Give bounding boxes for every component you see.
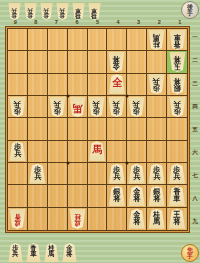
- piece-kanji: 兵: [14, 100, 21, 107]
- piece-kanji: 将: [153, 195, 160, 202]
- square-4-4[interactable]: 歩兵: [107, 96, 127, 118]
- piece-kanji: 将: [173, 78, 180, 85]
- piece-kanji: 全: [112, 74, 122, 87]
- piece-kanji: 車: [173, 195, 180, 202]
- square-9-4[interactable]: 歩兵: [8, 96, 28, 118]
- piece-kanji: 兵: [54, 100, 61, 107]
- square-6-1[interactable]: [68, 29, 88, 51]
- sente-piece-歩兵[interactable]: 歩兵: [128, 164, 145, 184]
- sente-piece-金将[interactable]: 金将: [62, 243, 77, 262]
- square-4-1[interactable]: [107, 29, 127, 51]
- square-3-6[interactable]: [127, 141, 147, 163]
- gote-piece-桂馬[interactable]: 桂馬: [148, 30, 165, 50]
- square-4-8[interactable]: 銀将: [107, 185, 127, 207]
- square-8-3[interactable]: [28, 74, 48, 96]
- piece-kanji: 桂: [74, 214, 80, 220]
- square-7-3[interactable]: [48, 74, 68, 96]
- rank-coordinate-labels: 一二三四五六七八九: [190, 26, 200, 233]
- rank-label-3: 三: [190, 72, 200, 95]
- gote-piece-成桂[interactable]: 成桂: [69, 209, 86, 229]
- piece-kanji: 銀: [173, 85, 180, 92]
- sente-piece-銀将[interactable]: 銀将: [148, 186, 165, 206]
- square-5-6[interactable]: 馬: [88, 141, 108, 163]
- piece-kanji: 将: [113, 56, 120, 63]
- square-8-2[interactable]: [28, 51, 48, 73]
- sente-piece-金将[interactable]: 金将: [128, 209, 145, 229]
- square-3-2[interactable]: [127, 51, 147, 73]
- square-8-5[interactable]: [28, 118, 48, 140]
- sente-piece-桂馬[interactable]: 桂馬: [148, 209, 165, 229]
- file-label-8: 8: [26, 18, 47, 26]
- sente-piece-歩兵[interactable]: 歩兵: [29, 164, 46, 184]
- piece-kanji: 馬: [72, 103, 82, 116]
- rank-label-4: 四: [190, 95, 200, 118]
- piece-kanji: 金: [113, 63, 120, 70]
- square-8-8[interactable]: [28, 185, 48, 207]
- gote-piece-歩兵[interactable]: 歩兵: [49, 97, 66, 117]
- square-4-9[interactable]: [107, 208, 127, 230]
- gote-piece-金将[interactable]: 金将: [108, 52, 125, 72]
- rank-label-2: 二: [190, 49, 200, 72]
- square-4-7[interactable]: 歩兵: [107, 163, 127, 185]
- gote-piece-銀将[interactable]: 銀将: [169, 74, 186, 94]
- file-coordinate-labels: 987654321: [5, 18, 190, 26]
- gote-piece-歩兵[interactable]: 歩兵: [108, 97, 125, 117]
- piece-kanji: 香: [14, 214, 20, 220]
- square-7-6[interactable]: [48, 141, 68, 163]
- piece-kanji: 兵: [153, 173, 160, 180]
- piece-kanji: 兵: [12, 251, 18, 257]
- piece-kanji: 玉: [173, 63, 180, 70]
- piece-kanji: 将: [173, 56, 180, 63]
- file-label-5: 5: [87, 18, 108, 26]
- file-label-2: 2: [149, 18, 170, 26]
- piece-kanji: 将: [66, 251, 72, 257]
- sente-badge-char-2: 手: [187, 253, 193, 259]
- square-3-1[interactable]: [127, 29, 147, 51]
- piece-kanji: 車: [76, 8, 82, 14]
- square-1-1[interactable]: 香車: [167, 29, 187, 51]
- piece-kanji: 兵: [113, 173, 120, 180]
- piece-kanji: 兵: [113, 100, 120, 107]
- gote-piece-成香[interactable]: 成香: [9, 209, 26, 229]
- piece-kanji: 将: [133, 195, 140, 202]
- sente-piece-香車[interactable]: 香車: [169, 186, 186, 206]
- square-2-9[interactable]: 桂馬: [147, 208, 167, 230]
- piece-kanji: 将: [133, 218, 140, 225]
- file-label-1: 1: [169, 18, 190, 26]
- file-label-9: 9: [5, 18, 26, 26]
- piece-kanji: 車: [173, 33, 180, 40]
- square-4-6[interactable]: [107, 141, 127, 163]
- piece-kanji: 馬: [48, 251, 54, 257]
- square-3-3[interactable]: [127, 74, 147, 96]
- square-8-4[interactable]: [28, 96, 48, 118]
- piece-kanji: 兵: [28, 8, 34, 14]
- square-6-6[interactable]: [68, 141, 88, 163]
- sente-piece-歩兵[interactable]: 歩兵: [108, 164, 125, 184]
- square-8-7[interactable]: 歩兵: [28, 163, 48, 185]
- square-4-3[interactable]: 全: [107, 74, 127, 96]
- piece-kanji: 兵: [93, 100, 100, 107]
- square-2-7[interactable]: 歩兵: [147, 163, 167, 185]
- square-6-9[interactable]: 成桂: [68, 208, 88, 230]
- sente-piece-桂馬[interactable]: 桂馬: [44, 243, 59, 262]
- sente-piece-全[interactable]: 全: [108, 74, 125, 94]
- piece-kanji: 兵: [173, 173, 180, 180]
- sente-piece-馬[interactable]: 馬: [88, 141, 105, 161]
- sente-piece-歩兵[interactable]: 歩兵: [169, 164, 186, 184]
- square-7-8[interactable]: [48, 185, 68, 207]
- square-9-5[interactable]: [8, 118, 28, 140]
- square-5-1[interactable]: [88, 29, 108, 51]
- square-8-9[interactable]: [28, 208, 48, 230]
- piece-kanji: 歩: [153, 85, 160, 92]
- square-5-8[interactable]: [88, 185, 108, 207]
- piece-kanji: 兵: [133, 100, 140, 107]
- gote-piece-歩兵[interactable]: 歩兵: [88, 97, 105, 117]
- square-5-4[interactable]: 歩兵: [88, 96, 108, 118]
- square-9-3[interactable]: [8, 74, 28, 96]
- square-2-1[interactable]: 桂馬: [147, 29, 167, 51]
- square-1-3[interactable]: 銀将: [167, 74, 187, 96]
- sente-piece-金将[interactable]: 金将: [128, 186, 145, 206]
- piece-kanji: 兵: [14, 150, 21, 157]
- piece-kanji: 兵: [173, 100, 180, 107]
- piece-kanji: 兵: [133, 173, 140, 180]
- square-8-1[interactable]: [28, 29, 48, 51]
- square-6-8[interactable]: [68, 185, 88, 207]
- piece-kanji: 車: [30, 251, 36, 257]
- gote-badge: 後 手: [181, 1, 199, 19]
- square-1-2[interactable]: 玉将: [167, 51, 187, 73]
- square-9-6[interactable]: 歩兵: [8, 141, 28, 163]
- piece-kanji: 兵: [153, 78, 160, 85]
- square-6-3[interactable]: [68, 74, 88, 96]
- piece-kanji: 兵: [12, 8, 18, 14]
- square-4-2[interactable]: 金将: [107, 51, 127, 73]
- piece-kanji: 馬: [153, 33, 160, 40]
- square-9-1[interactable]: [8, 29, 28, 51]
- file-label-7: 7: [46, 18, 67, 26]
- square-7-1[interactable]: [48, 29, 68, 51]
- square-9-2[interactable]: [8, 51, 28, 73]
- square-1-9[interactable]: 王将: [167, 208, 187, 230]
- square-4-5[interactable]: [107, 118, 127, 140]
- square-6-7[interactable]: [68, 163, 88, 185]
- square-2-6[interactable]: [147, 141, 167, 163]
- square-1-4[interactable]: 歩兵: [167, 96, 187, 118]
- gote-piece-歩兵[interactable]: 歩兵: [169, 97, 186, 117]
- rank-label-6: 六: [190, 141, 200, 164]
- square-5-2[interactable]: [88, 51, 108, 73]
- piece-kanji: 兵: [60, 8, 66, 14]
- square-7-9[interactable]: [48, 208, 68, 230]
- square-1-8[interactable]: 香車: [167, 185, 187, 207]
- square-8-6[interactable]: [28, 141, 48, 163]
- square-2-3[interactable]: 歩兵: [147, 74, 167, 96]
- gote-piece-歩兵[interactable]: 歩兵: [128, 97, 145, 117]
- square-9-9[interactable]: 成香: [8, 208, 28, 230]
- rank-label-7: 七: [190, 164, 200, 187]
- square-2-2[interactable]: [147, 51, 167, 73]
- square-7-7[interactable]: [48, 163, 68, 185]
- square-1-6[interactable]: [167, 141, 187, 163]
- square-3-4[interactable]: 歩兵: [127, 96, 147, 118]
- square-5-7[interactable]: [88, 163, 108, 185]
- sente-piece-歩兵[interactable]: 歩兵: [148, 164, 165, 184]
- sente-piece-香車[interactable]: 香車: [26, 243, 41, 262]
- square-3-5[interactable]: [127, 118, 147, 140]
- shogi-app: 歩兵歩兵歩兵歩兵飛車飛車 後 手 987654321 桂馬香車金将玉将全歩兵銀将…: [0, 0, 200, 263]
- sente-piece-銀将[interactable]: 銀将: [108, 186, 125, 206]
- rank-label-5: 五: [190, 118, 200, 141]
- square-3-9[interactable]: 金将: [127, 208, 147, 230]
- sente-piece-王将[interactable]: 王将: [169, 209, 186, 229]
- gote-badge-char-2: 手: [187, 10, 193, 16]
- piece-kanji: 将: [113, 195, 120, 202]
- star-point: [66, 94, 69, 97]
- sente-piece-歩兵[interactable]: 歩兵: [8, 243, 23, 262]
- piece-kanji: 馬: [92, 141, 102, 154]
- square-9-7[interactable]: [8, 163, 28, 185]
- shogi-board[interactable]: 桂馬香車金将玉将全歩兵銀将歩兵歩兵馬歩兵歩兵歩兵歩兵歩兵馬歩兵歩兵歩兵歩兵歩兵銀…: [7, 28, 188, 231]
- piece-kanji: 兵: [44, 8, 50, 14]
- gote-piece-香車[interactable]: 香車: [169, 30, 186, 50]
- square-1-5[interactable]: [167, 118, 187, 140]
- square-6-2[interactable]: [68, 51, 88, 73]
- sente-piece-歩兵[interactable]: 歩兵: [9, 141, 26, 161]
- piece-kanji: 将: [173, 218, 180, 225]
- piece-kanji: 兵: [34, 173, 41, 180]
- square-5-3[interactable]: [88, 74, 108, 96]
- rank-label-1: 一: [190, 26, 200, 49]
- star-point: [126, 94, 129, 97]
- square-7-5[interactable]: [48, 118, 68, 140]
- square-3-7[interactable]: 歩兵: [127, 163, 147, 185]
- piece-kanji: 馬: [153, 218, 160, 225]
- square-5-5[interactable]: [88, 118, 108, 140]
- square-7-2[interactable]: [48, 51, 68, 73]
- rank-label-9: 九: [190, 210, 200, 233]
- square-1-7[interactable]: 歩兵: [167, 163, 187, 185]
- board-frame: 桂馬香車金将玉将全歩兵銀将歩兵歩兵馬歩兵歩兵歩兵歩兵歩兵馬歩兵歩兵歩兵歩兵歩兵銀…: [5, 26, 190, 233]
- square-6-5[interactable]: [68, 118, 88, 140]
- square-2-8[interactable]: 銀将: [147, 185, 167, 207]
- square-9-8[interactable]: [8, 185, 28, 207]
- square-7-4[interactable]: 歩兵: [48, 96, 68, 118]
- file-label-4: 4: [108, 18, 129, 26]
- gote-piece-歩兵[interactable]: 歩兵: [148, 74, 165, 94]
- rank-label-8: 八: [190, 187, 200, 210]
- file-label-3: 3: [128, 18, 149, 26]
- square-2-4[interactable]: [147, 96, 167, 118]
- star-point: [126, 161, 129, 164]
- square-3-8[interactable]: 金将: [127, 185, 147, 207]
- gote-piece-歩兵[interactable]: 歩兵: [9, 97, 26, 117]
- sente-badge: 先 手: [181, 244, 199, 262]
- square-2-5[interactable]: [147, 118, 167, 140]
- square-6-4[interactable]: 馬: [68, 96, 88, 118]
- gote-piece-馬[interactable]: 馬: [69, 97, 86, 117]
- gote-piece-玉将[interactable]: 玉将: [169, 52, 186, 72]
- piece-kanji: 車: [92, 8, 98, 14]
- star-point: [66, 161, 69, 164]
- square-5-9[interactable]: [88, 208, 108, 230]
- file-label-6: 6: [67, 18, 88, 26]
